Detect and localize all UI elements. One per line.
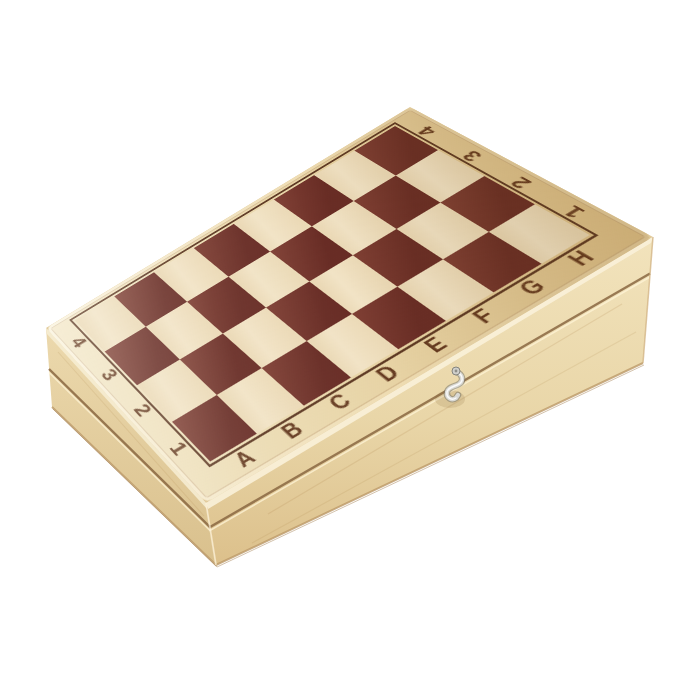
- clasp-screw-slot: [455, 370, 458, 373]
- product-photo-chess-box: 4 3 2 1 4 3 2 1 A B C D E F G H: [0, 0, 700, 700]
